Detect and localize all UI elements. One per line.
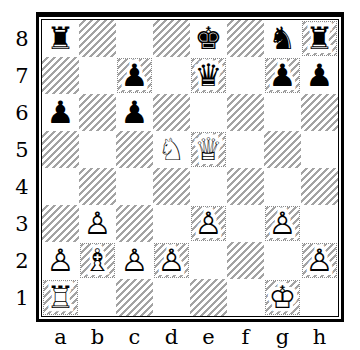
piece-white-pawn: ♙ (153, 242, 190, 279)
square-d1[interactable] (153, 279, 190, 316)
chess-diagram: 87654321 ♜♚♞♜♜♟♟♛♛♟♟♟♟♟♘♛♕♙♟♙♟♙♙♝♗♙♟♙♟♙♜… (0, 0, 360, 350)
square-d6[interactable] (153, 94, 190, 131)
square-h6[interactable] (301, 94, 338, 131)
piece-black-pawn: ♟ (301, 57, 338, 94)
square-g8[interactable]: ♞ (264, 20, 301, 57)
piece-white-pawn: ♙ (116, 242, 153, 279)
square-f2[interactable] (227, 242, 264, 279)
piece-halo: ♟ (151, 240, 192, 281)
square-f1[interactable] (227, 279, 264, 316)
square-h7[interactable]: ♟ (301, 57, 338, 94)
piece-halo: ♛ (188, 55, 229, 96)
square-f4[interactable] (227, 168, 264, 205)
square-g2[interactable] (264, 242, 301, 279)
square-g3[interactable]: ♟♙ (264, 205, 301, 242)
square-e8[interactable]: ♚ (190, 20, 227, 57)
square-a7[interactable] (42, 57, 79, 94)
square-f6[interactable] (227, 94, 264, 131)
square-c1[interactable] (116, 279, 153, 316)
square-f7[interactable] (227, 57, 264, 94)
rank-label-6: 6 (10, 94, 34, 131)
square-d7[interactable] (153, 57, 190, 94)
piece-halo: ♟ (114, 55, 155, 96)
square-f3[interactable] (227, 205, 264, 242)
file-label-f: f (227, 325, 264, 349)
square-c6[interactable]: ♟ (116, 94, 153, 131)
file-label-h: h (301, 325, 338, 349)
piece-white-rook: ♖ (42, 279, 79, 316)
square-c3[interactable] (116, 205, 153, 242)
file-label-e: e (190, 325, 227, 349)
square-b3[interactable]: ♙ (79, 205, 116, 242)
square-g7[interactable]: ♟♟ (264, 57, 301, 94)
square-d5[interactable]: ♘ (153, 131, 190, 168)
square-a4[interactable] (42, 168, 79, 205)
square-c2[interactable]: ♙ (116, 242, 153, 279)
piece-white-pawn: ♙ (190, 205, 227, 242)
piece-halo: ♛ (188, 129, 229, 170)
piece-black-pawn: ♟ (42, 94, 79, 131)
piece-white-bishop: ♗ (79, 242, 116, 279)
square-b7[interactable] (79, 57, 116, 94)
file-label-b: b (79, 325, 116, 349)
square-e6[interactable] (190, 94, 227, 131)
piece-white-pawn: ♙ (42, 242, 79, 279)
piece-white-pawn: ♙ (301, 242, 338, 279)
piece-halo: ♚ (262, 277, 303, 318)
rank-label-3: 3 (10, 205, 34, 242)
square-a8[interactable]: ♜ (42, 20, 79, 57)
square-g6[interactable] (264, 94, 301, 131)
square-e3[interactable]: ♟♙ (190, 205, 227, 242)
square-h8[interactable]: ♜♜ (301, 20, 338, 57)
piece-white-queen: ♕ (190, 131, 227, 168)
piece-white-king: ♔ (264, 279, 301, 316)
square-b8[interactable] (79, 20, 116, 57)
piece-halo: ♟ (188, 203, 229, 244)
rank-label-1: 1 (10, 279, 34, 316)
piece-halo: ♟ (262, 55, 303, 96)
square-b2[interactable]: ♝♗ (79, 242, 116, 279)
rank-label-5: 5 (10, 131, 34, 168)
square-e1[interactable] (190, 279, 227, 316)
piece-white-knight: ♘ (153, 131, 190, 168)
square-a1[interactable]: ♜♖ (42, 279, 79, 316)
file-labels: abcdefgh (42, 325, 338, 349)
square-f5[interactable] (227, 131, 264, 168)
piece-black-king: ♚ (190, 20, 227, 57)
square-d2[interactable]: ♟♙ (153, 242, 190, 279)
square-g1[interactable]: ♚♔ (264, 279, 301, 316)
square-h3[interactable] (301, 205, 338, 242)
piece-black-rook: ♜ (42, 20, 79, 57)
square-f8[interactable] (227, 20, 264, 57)
square-c7[interactable]: ♟♟ (116, 57, 153, 94)
square-c4[interactable] (116, 168, 153, 205)
file-label-a: a (42, 325, 79, 349)
piece-halo: ♜ (40, 277, 81, 318)
square-d4[interactable] (153, 168, 190, 205)
square-b1[interactable] (79, 279, 116, 316)
piece-halo: ♝ (77, 240, 118, 281)
piece-black-pawn: ♟ (116, 57, 153, 94)
piece-halo: ♟ (299, 240, 340, 281)
square-a3[interactable] (42, 205, 79, 242)
rank-label-4: 4 (10, 168, 34, 205)
square-h1[interactable] (301, 279, 338, 316)
piece-halo: ♟ (262, 203, 303, 244)
piece-white-pawn: ♙ (264, 205, 301, 242)
piece-black-queen: ♛ (190, 57, 227, 94)
square-a5[interactable] (42, 131, 79, 168)
square-b4[interactable] (79, 168, 116, 205)
square-a2[interactable]: ♙ (42, 242, 79, 279)
piece-halo: ♜ (299, 18, 340, 59)
square-a6[interactable]: ♟ (42, 94, 79, 131)
square-c8[interactable] (116, 20, 153, 57)
square-h4[interactable] (301, 168, 338, 205)
piece-black-knight: ♞ (264, 20, 301, 57)
square-d3[interactable] (153, 205, 190, 242)
file-label-c: c (116, 325, 153, 349)
file-label-d: d (153, 325, 190, 349)
square-e4[interactable] (190, 168, 227, 205)
square-e5[interactable]: ♛♕ (190, 131, 227, 168)
square-c5[interactable] (116, 131, 153, 168)
piece-white-pawn: ♙ (79, 205, 116, 242)
square-h5[interactable] (301, 131, 338, 168)
square-h2[interactable]: ♟♙ (301, 242, 338, 279)
chess-board: ♜♚♞♜♜♟♟♛♛♟♟♟♟♟♘♛♕♙♟♙♟♙♙♝♗♙♟♙♟♙♜♖♚♔ (41, 19, 339, 317)
file-label-g: g (264, 325, 301, 349)
rank-label-8: 8 (10, 20, 34, 57)
rank-label-7: 7 (10, 57, 34, 94)
board-frame: ♜♚♞♜♜♟♟♛♛♟♟♟♟♟♘♛♕♙♟♙♟♙♙♝♗♙♟♙♟♙♜♖♚♔ (36, 12, 344, 322)
square-e2[interactable] (190, 242, 227, 279)
square-b6[interactable] (79, 94, 116, 131)
square-g4[interactable] (264, 168, 301, 205)
square-e7[interactable]: ♛♛ (190, 57, 227, 94)
square-b5[interactable] (79, 131, 116, 168)
piece-black-pawn: ♟ (264, 57, 301, 94)
piece-black-pawn: ♟ (116, 94, 153, 131)
piece-black-rook: ♜ (301, 20, 338, 57)
rank-label-2: 2 (10, 242, 34, 279)
square-d8[interactable] (153, 20, 190, 57)
rank-labels: 87654321 (10, 20, 34, 316)
square-g5[interactable] (264, 131, 301, 168)
